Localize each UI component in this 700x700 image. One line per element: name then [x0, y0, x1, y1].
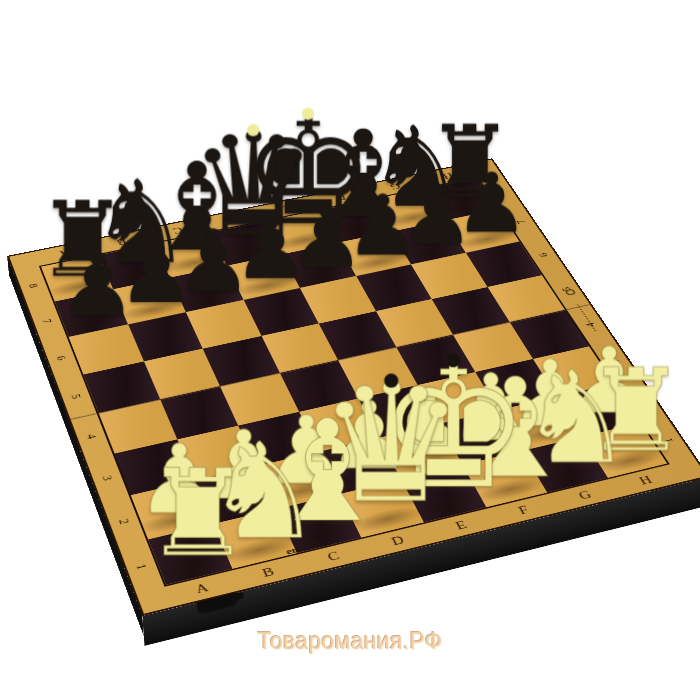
piece-white-rook: ♜ — [119, 453, 276, 573]
watermark-text: Товаромания.РФ — [0, 628, 700, 655]
coordinate-file-near-a: A — [193, 581, 210, 597]
photo-background: ♜♞♝♛♚♝♞♜♟♟♟♟♟♟♟♟♟♟♟♟♟♟♟♟♜♞♝♛♚♝♞♜ AABBCCD… — [0, 0, 700, 700]
coordinate-rank-right-6: 6 — [535, 252, 551, 259]
board-scene: ♜♞♝♛♚♝♞♜♟♟♟♟♟♟♟♟♟♟♟♟♟♟♟♟♜♞♝♛♚♝♞♜ AABBCCD… — [0, 0, 700, 700]
piece-black-pawn: ♟ — [28, 242, 167, 329]
finial-dot-icon — [247, 124, 259, 136]
coordinate-rank-left-6: 6 — [53, 354, 70, 361]
coordinate-rank-left-4: 4 — [82, 432, 100, 440]
coordinate-rank-left-5: 5 — [67, 393, 84, 401]
chess-board: ♜♞♝♛♚♝♞♜♟♟♟♟♟♟♟♟♟♟♟♟♟♟♟♟♜♞♝♛♚♝♞♜ AABBCCD… — [7, 158, 700, 616]
finial-dot-icon — [384, 373, 398, 387]
